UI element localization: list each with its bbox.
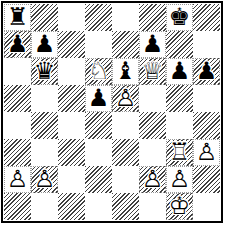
piece-white-pawn: ♟♙ [193, 139, 220, 166]
square-g2[interactable]: ♟♙ [166, 166, 193, 193]
piece-glyph: ♙ [34, 166, 56, 193]
square-c6[interactable] [58, 58, 85, 85]
square-d4[interactable] [85, 112, 112, 139]
square-h2[interactable] [193, 166, 220, 193]
chess-board: ♜♜♚♚♟♟♟♟♟♟♛♛♞♘♝♝♛♕♟♟♟♟♟♟♟♙♜♖♟♙♟♙♟♙♟♙♟♙♚♔ [4, 4, 220, 220]
piece-white-king: ♚♔ [166, 193, 193, 220]
piece-glyph: ♙ [196, 139, 218, 166]
square-f7[interactable]: ♟♟ [139, 31, 166, 58]
square-h4[interactable] [193, 112, 220, 139]
square-d8[interactable] [85, 4, 112, 31]
square-d3[interactable] [85, 139, 112, 166]
square-h6[interactable]: ♟♟ [193, 58, 220, 85]
piece-white-queen: ♛♕ [139, 58, 166, 85]
square-d5[interactable]: ♟♟ [85, 85, 112, 112]
square-g6[interactable]: ♟♟ [166, 58, 193, 85]
square-c7[interactable] [58, 31, 85, 58]
square-f4[interactable] [139, 112, 166, 139]
square-d2[interactable] [85, 166, 112, 193]
square-h8[interactable] [193, 4, 220, 31]
piece-glyph: ♙ [169, 166, 191, 193]
piece-glyph: ♘ [88, 58, 110, 85]
square-c2[interactable] [58, 166, 85, 193]
piece-glyph: ♙ [142, 166, 164, 193]
square-d1[interactable] [85, 193, 112, 220]
square-h7[interactable] [193, 31, 220, 58]
square-g5[interactable] [166, 85, 193, 112]
square-b7[interactable]: ♟♟ [31, 31, 58, 58]
square-b4[interactable] [31, 112, 58, 139]
piece-glyph: ♟ [142, 31, 164, 58]
piece-black-queen: ♛♛ [31, 58, 58, 85]
square-e5[interactable]: ♟♙ [112, 85, 139, 112]
piece-black-pawn: ♟♟ [4, 31, 31, 58]
square-f5[interactable] [139, 85, 166, 112]
square-g3[interactable]: ♜♖ [166, 139, 193, 166]
square-h3[interactable]: ♟♙ [193, 139, 220, 166]
piece-glyph: ♜ [7, 4, 29, 31]
square-g1[interactable]: ♚♔ [166, 193, 193, 220]
square-e2[interactable] [112, 166, 139, 193]
square-e6[interactable]: ♝♝ [112, 58, 139, 85]
square-f8[interactable] [139, 4, 166, 31]
square-g4[interactable] [166, 112, 193, 139]
square-a2[interactable]: ♟♙ [4, 166, 31, 193]
square-g7[interactable] [166, 31, 193, 58]
square-a6[interactable] [4, 58, 31, 85]
piece-glyph: ♙ [7, 166, 29, 193]
piece-glyph: ♝ [115, 58, 137, 85]
square-a5[interactable] [4, 85, 31, 112]
square-d6[interactable]: ♞♘ [85, 58, 112, 85]
square-e3[interactable] [112, 139, 139, 166]
square-d7[interactable] [85, 31, 112, 58]
square-h1[interactable] [193, 193, 220, 220]
square-c4[interactable] [58, 112, 85, 139]
piece-glyph: ♔ [169, 193, 191, 220]
square-b2[interactable]: ♟♙ [31, 166, 58, 193]
piece-black-pawn: ♟♟ [139, 31, 166, 58]
square-e1[interactable] [112, 193, 139, 220]
piece-black-pawn: ♟♟ [166, 58, 193, 85]
square-c3[interactable] [58, 139, 85, 166]
piece-white-pawn: ♟♙ [4, 166, 31, 193]
square-a3[interactable] [4, 139, 31, 166]
piece-glyph: ♖ [169, 139, 191, 166]
square-b3[interactable] [31, 139, 58, 166]
piece-glyph: ♟ [196, 58, 218, 85]
square-c5[interactable] [58, 85, 85, 112]
square-f3[interactable] [139, 139, 166, 166]
piece-black-rook: ♜♜ [4, 4, 31, 31]
piece-black-bishop: ♝♝ [112, 58, 139, 85]
piece-glyph: ♕ [142, 58, 164, 85]
piece-glyph: ♚ [169, 4, 191, 31]
square-e7[interactable] [112, 31, 139, 58]
piece-white-knight: ♞♘ [85, 58, 112, 85]
piece-glyph: ♙ [115, 85, 137, 112]
square-f1[interactable] [139, 193, 166, 220]
piece-black-king: ♚♚ [166, 4, 193, 31]
square-c1[interactable] [58, 193, 85, 220]
piece-black-pawn: ♟♟ [31, 31, 58, 58]
square-e4[interactable] [112, 112, 139, 139]
square-h5[interactable] [193, 85, 220, 112]
square-b8[interactable] [31, 4, 58, 31]
square-c8[interactable] [58, 4, 85, 31]
square-a8[interactable]: ♜♜ [4, 4, 31, 31]
piece-glyph: ♟ [34, 31, 56, 58]
piece-white-pawn: ♟♙ [31, 166, 58, 193]
piece-black-pawn: ♟♟ [85, 85, 112, 112]
square-a7[interactable]: ♟♟ [4, 31, 31, 58]
square-g8[interactable]: ♚♚ [166, 4, 193, 31]
square-a1[interactable] [4, 193, 31, 220]
piece-white-pawn: ♟♙ [139, 166, 166, 193]
square-e8[interactable] [112, 4, 139, 31]
piece-white-pawn: ♟♙ [166, 166, 193, 193]
square-b5[interactable] [31, 85, 58, 112]
piece-glyph: ♟ [7, 31, 29, 58]
piece-black-pawn: ♟♟ [193, 58, 220, 85]
piece-white-rook: ♜♖ [166, 139, 193, 166]
piece-glyph: ♟ [169, 58, 191, 85]
square-a4[interactable] [4, 112, 31, 139]
square-f6[interactable]: ♛♕ [139, 58, 166, 85]
piece-glyph: ♛ [34, 58, 56, 85]
board-frame: ♜♜♚♚♟♟♟♟♟♟♛♛♞♘♝♝♛♕♟♟♟♟♟♟♟♙♜♖♟♙♟♙♟♙♟♙♟♙♚♔ [1, 1, 223, 223]
piece-white-pawn: ♟♙ [112, 85, 139, 112]
chess-diagram: ♜♜♚♚♟♟♟♟♟♟♛♛♞♘♝♝♛♕♟♟♟♟♟♟♟♙♜♖♟♙♟♙♟♙♟♙♟♙♚♔ [0, 0, 225, 226]
square-b6[interactable]: ♛♛ [31, 58, 58, 85]
square-f2[interactable]: ♟♙ [139, 166, 166, 193]
piece-glyph: ♟ [88, 85, 110, 112]
square-b1[interactable] [31, 193, 58, 220]
